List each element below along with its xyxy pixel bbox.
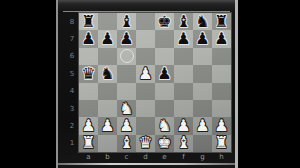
piece-white-pawn[interactable]: ♟ [195,118,209,134]
piece-white-king[interactable]: ♚ [157,135,171,151]
square-b3[interactable] [98,100,117,117]
rank-label-7: 7 [66,30,78,47]
file-label-c: c [117,152,136,162]
square-e5[interactable]: ♟ [155,65,174,82]
square-g7[interactable]: ♟ [193,30,212,47]
square-f3[interactable] [174,100,193,117]
rank-label-8: 8 [66,13,78,30]
square-b5[interactable]: ♞ [98,65,117,82]
rank-label-3: 3 [66,100,78,117]
square-e1[interactable]: ♚ [155,135,174,152]
piece-white-knight[interactable]: ♞ [157,118,171,134]
square-g2[interactable]: ♟ [193,117,212,134]
move-indicator-circle [120,49,134,63]
piece-white-pawn[interactable]: ♟ [81,118,95,134]
square-d7[interactable] [136,30,155,47]
piece-white-pawn[interactable]: ♟ [138,66,152,82]
square-a7[interactable]: ♟ [79,30,98,47]
square-a6[interactable] [79,48,98,65]
square-e3[interactable] [155,100,174,117]
piece-black-pawn[interactable]: ♟ [176,31,190,47]
piece-black-knight[interactable]: ♞ [100,66,114,82]
square-g5[interactable] [193,65,212,82]
square-f1[interactable]: ♝ [174,135,193,152]
piece-black-pawn[interactable]: ♟ [100,31,114,47]
square-c2[interactable]: ♟ [117,117,136,134]
square-b4[interactable] [98,83,117,100]
square-h8[interactable]: ♜ [212,13,231,30]
square-f6[interactable] [174,48,193,65]
frame-bottom-bevel [58,163,235,165]
square-f8[interactable]: ♝ [174,13,193,30]
square-a5[interactable]: ♛ [79,65,98,82]
file-label-e: e [155,152,174,162]
square-h1[interactable]: ♜ [212,135,231,152]
square-g1[interactable] [193,135,212,152]
square-b2[interactable]: ♟ [98,117,117,134]
piece-black-pawn[interactable]: ♟ [195,31,209,47]
file-label-h: h [212,152,231,162]
piece-black-pawn[interactable]: ♟ [214,31,228,47]
square-f5[interactable] [174,65,193,82]
rank-label-2: 2 [66,117,78,134]
piece-white-bishop[interactable]: ♝ [176,135,190,151]
square-c3[interactable]: ♞ [117,100,136,117]
file-label-d: d [136,152,155,162]
square-c5[interactable] [117,65,136,82]
square-e7[interactable] [155,30,174,47]
square-f4[interactable] [174,83,193,100]
square-a2[interactable]: ♟ [79,117,98,134]
square-g4[interactable] [193,83,212,100]
square-f7[interactable]: ♟ [174,30,193,47]
square-d6[interactable] [136,48,155,65]
square-g8[interactable]: ♞ [193,13,212,30]
square-b7[interactable]: ♟ [98,30,117,47]
piece-black-bishop[interactable]: ♝ [176,14,190,30]
square-b8[interactable] [98,13,117,30]
rank-label-4: 4 [66,83,78,100]
piece-white-queen[interactable]: ♛ [138,135,152,151]
chess-board[interactable]: ♜♝♚♝♞♜♟♟♟♟♟♟♛♞♟♟♞♟♟♟♞♟♟♟♜♝♛♚♝♜ [79,13,231,152]
rank-labels: 87654321 [66,13,78,152]
piece-white-rook[interactable]: ♜ [214,135,228,151]
square-d2[interactable] [136,117,155,134]
square-c4[interactable] [117,83,136,100]
square-h2[interactable]: ♟ [212,117,231,134]
piece-white-pawn[interactable]: ♟ [214,118,228,134]
piece-black-rook[interactable]: ♜ [81,14,95,30]
piece-black-pawn[interactable]: ♟ [81,31,95,47]
screen: 87654321 ♜♝♚♝♞♜♟♟♟♟♟♟♛♞♟♟♞♟♟♟♞♟♟♟♜♝♛♚♝♜ … [0,0,300,168]
piece-white-rook[interactable]: ♜ [81,135,95,151]
square-a1[interactable]: ♜ [79,135,98,152]
square-a4[interactable] [79,83,98,100]
square-a3[interactable] [79,100,98,117]
square-d5[interactable]: ♟ [136,65,155,82]
file-label-a: a [79,152,98,162]
piece-black-pawn[interactable]: ♟ [119,31,133,47]
square-h7[interactable]: ♟ [212,30,231,47]
file-label-g: g [193,152,212,162]
square-h4[interactable] [212,83,231,100]
square-g3[interactable] [193,100,212,117]
square-d1[interactable]: ♛ [136,135,155,152]
piece-black-rook[interactable]: ♜ [214,14,228,30]
square-c6[interactable] [117,48,136,65]
square-d3[interactable] [136,100,155,117]
square-d8[interactable] [136,13,155,30]
square-c7[interactable]: ♟ [117,30,136,47]
file-label-f: f [174,152,193,162]
piece-white-bishop[interactable]: ♝ [119,135,133,151]
rank-label-5: 5 [66,65,78,82]
square-b6[interactable] [98,48,117,65]
square-h5[interactable] [212,65,231,82]
file-label-b: b [98,152,117,162]
piece-black-knight[interactable]: ♞ [195,14,209,30]
square-c8[interactable]: ♝ [117,13,136,30]
file-labels: abcdefgh [79,152,231,162]
square-h6[interactable] [212,48,231,65]
square-e6[interactable] [155,48,174,65]
square-e8[interactable]: ♚ [155,13,174,30]
square-c1[interactable]: ♝ [117,135,136,152]
piece-black-bishop[interactable]: ♝ [119,14,133,30]
piece-black-king[interactable]: ♚ [157,14,171,30]
piece-white-pawn[interactable]: ♟ [100,118,114,134]
rank-label-6: 6 [66,48,78,65]
board-frame: 87654321 ♜♝♚♝♞♜♟♟♟♟♟♟♛♞♟♟♞♟♟♟♞♟♟♟♜♝♛♚♝♜ … [56,0,238,168]
square-e4[interactable] [155,83,174,100]
square-b1[interactable] [98,135,117,152]
square-f2[interactable]: ♟ [174,117,193,134]
piece-white-pawn[interactable]: ♟ [176,118,190,134]
piece-white-pawn[interactable]: ♟ [119,118,133,134]
square-d4[interactable] [136,83,155,100]
piece-black-queen[interactable]: ♛ [81,66,95,82]
rank-label-1: 1 [66,135,78,152]
piece-white-knight[interactable]: ♞ [119,101,133,117]
piece-black-pawn[interactable]: ♟ [157,66,171,82]
square-a8[interactable]: ♜ [79,13,98,30]
square-e2[interactable]: ♞ [155,117,174,134]
square-g6[interactable] [193,48,212,65]
square-h3[interactable] [212,100,231,117]
